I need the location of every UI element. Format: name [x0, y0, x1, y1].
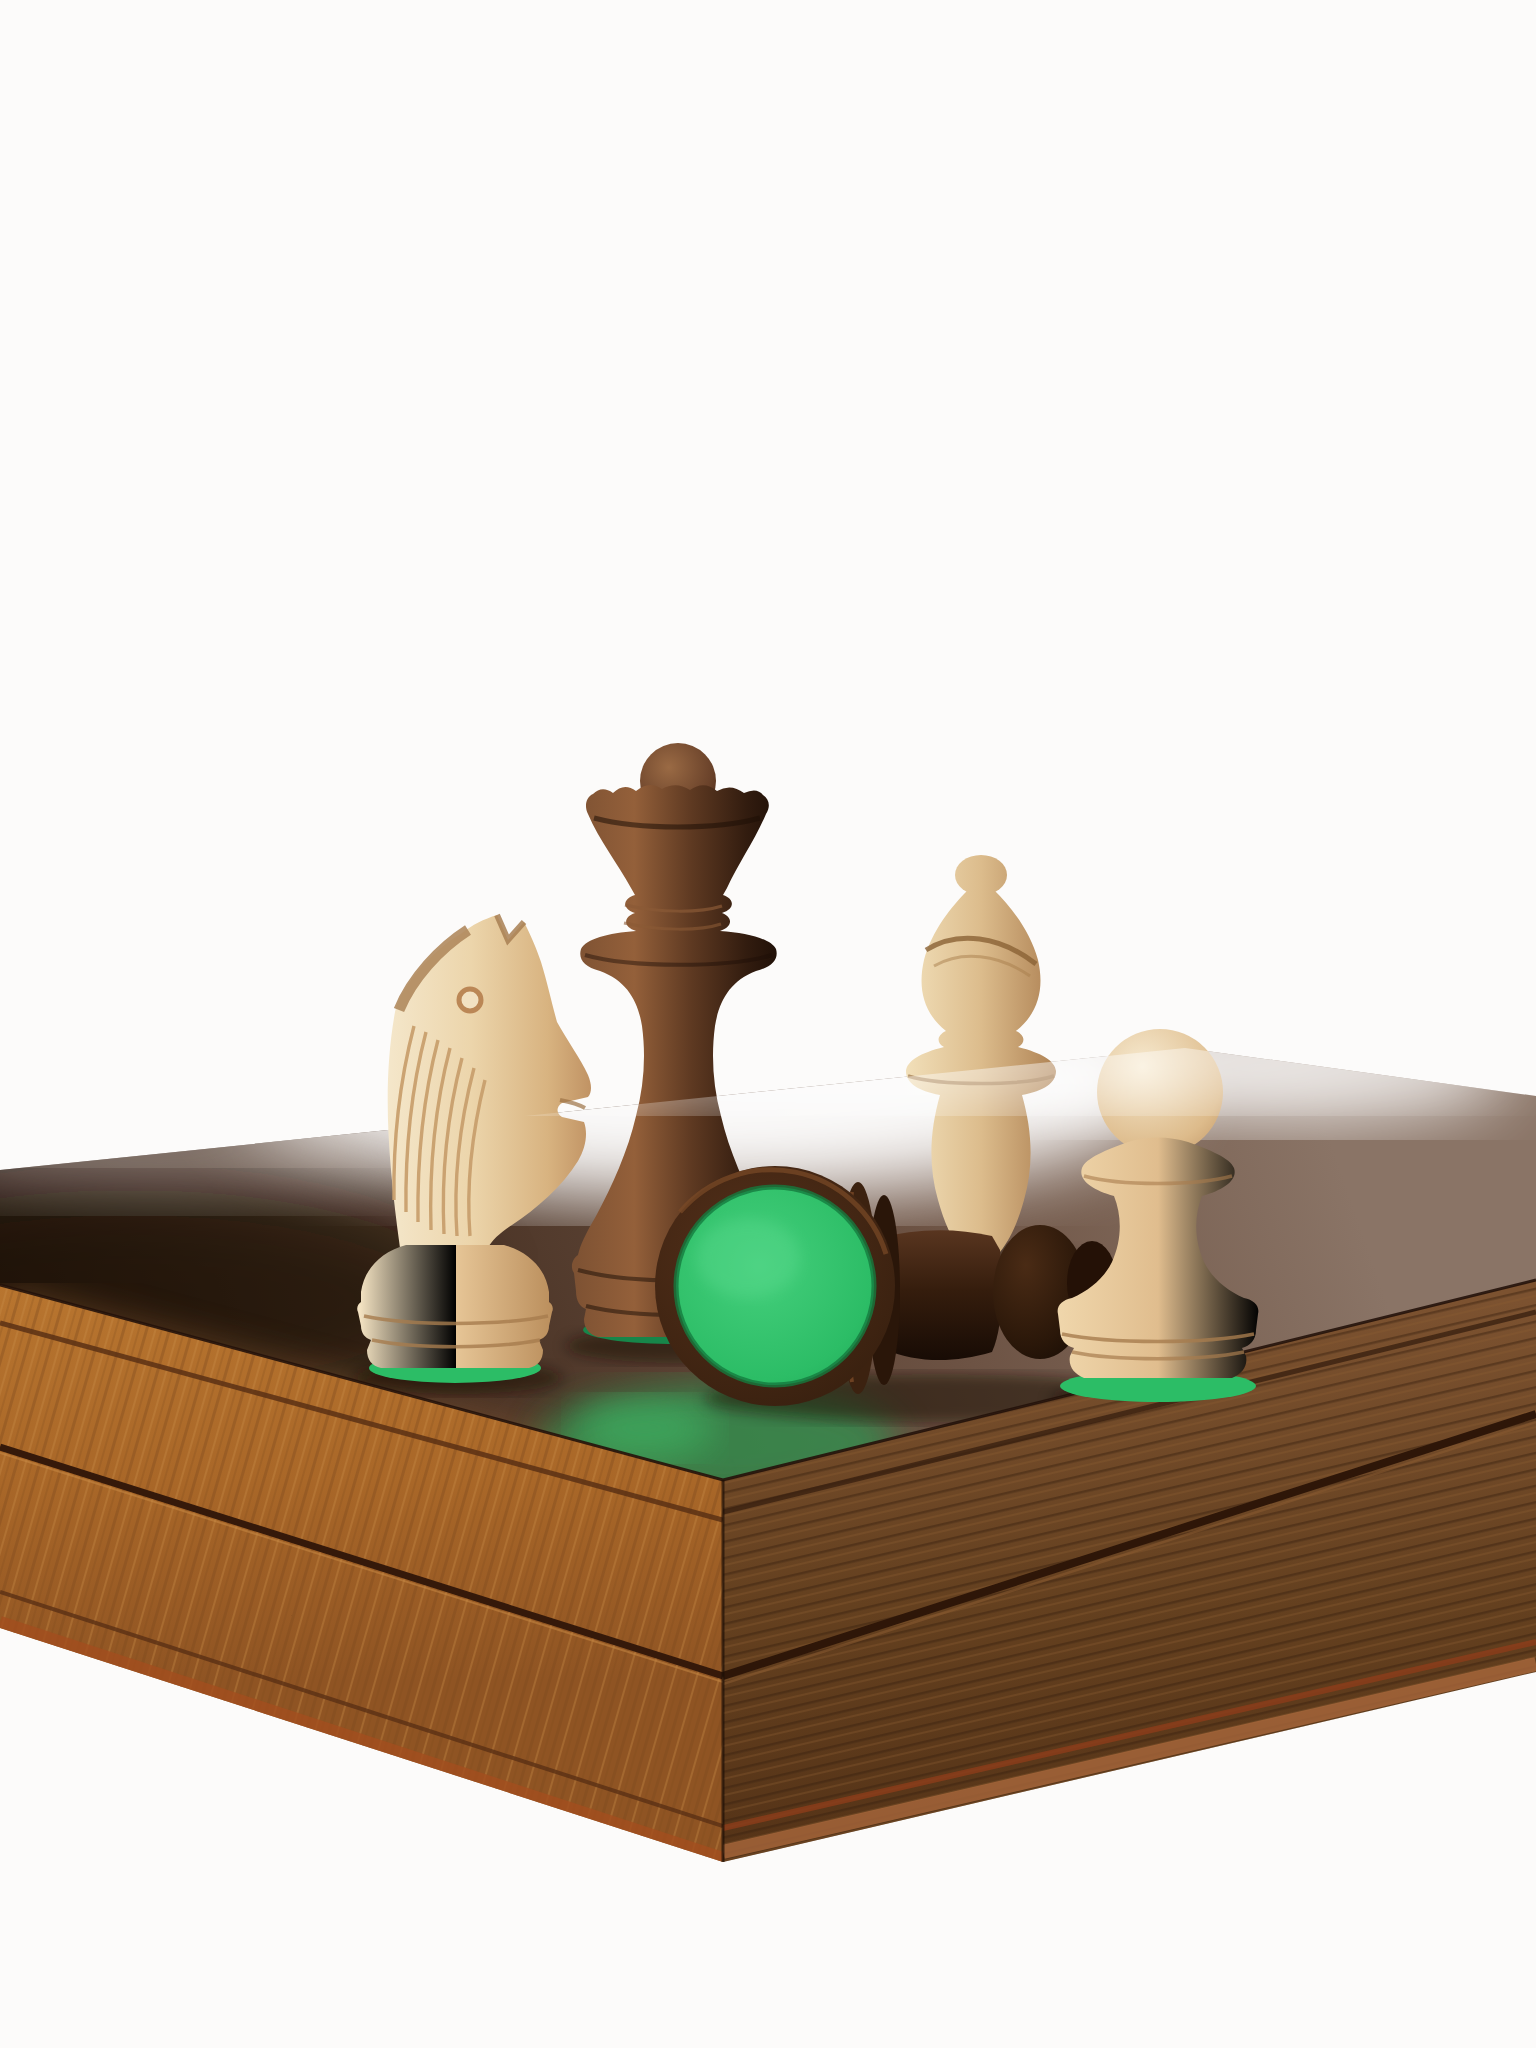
king-felt-sheen — [696, 1218, 800, 1298]
bishop-top-knob — [955, 855, 1007, 895]
chess-still-life — [0, 0, 1536, 2048]
knight-eye-icon — [459, 989, 481, 1011]
photo-scene — [0, 0, 1536, 2048]
knight-base — [357, 1245, 553, 1368]
